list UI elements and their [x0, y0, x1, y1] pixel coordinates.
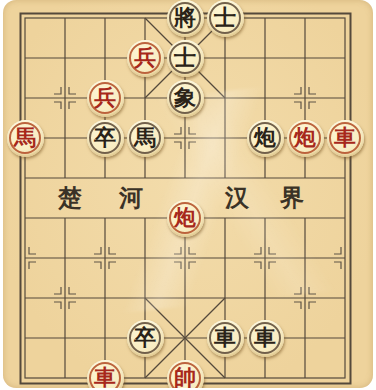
- piece-glyph: 象: [174, 86, 196, 108]
- piece-glyph: 炮: [254, 126, 276, 148]
- piece-glyph: 炮: [174, 206, 196, 228]
- piece-glyph: 士: [174, 46, 196, 68]
- pieces-layer: 將士兵士兵象馬卒馬炮炮車炮卒車車車帥: [3, 0, 373, 388]
- piece-red-chariot[interactable]: 車: [327, 120, 364, 157]
- piece-red-cannon[interactable]: 炮: [167, 200, 204, 237]
- piece-black-chariot[interactable]: 車: [247, 320, 284, 357]
- piece-glyph: 兵: [94, 86, 116, 108]
- piece-glyph: 卒: [134, 326, 156, 348]
- piece-red-chariot[interactable]: 車: [87, 360, 124, 389]
- piece-red-soldier[interactable]: 兵: [87, 80, 124, 117]
- piece-red-soldier[interactable]: 兵: [127, 40, 164, 77]
- piece-black-chariot[interactable]: 車: [207, 320, 244, 357]
- piece-red-horse[interactable]: 馬: [7, 120, 44, 157]
- piece-glyph: 車: [334, 126, 356, 148]
- piece-black-elephant[interactable]: 象: [167, 80, 204, 117]
- piece-glyph: 車: [214, 326, 236, 348]
- piece-glyph: 炮: [294, 126, 316, 148]
- piece-black-general[interactable]: 將: [167, 0, 204, 37]
- piece-red-cannon[interactable]: 炮: [287, 120, 324, 157]
- page: 楚 河 汉 界 將士兵士兵象馬卒馬炮炮車炮卒車車車帥: [0, 0, 376, 390]
- piece-glyph: 帥: [174, 366, 196, 388]
- xiangqi-board-card: 楚 河 汉 界 將士兵士兵象馬卒馬炮炮車炮卒車車車帥: [3, 0, 373, 388]
- piece-black-soldier[interactable]: 卒: [127, 320, 164, 357]
- piece-glyph: 車: [254, 326, 276, 348]
- piece-glyph: 卒: [94, 126, 116, 148]
- piece-glyph: 士: [214, 6, 236, 28]
- piece-glyph: 馬: [134, 126, 156, 148]
- piece-black-cannon[interactable]: 炮: [247, 120, 284, 157]
- piece-glyph: 馬: [14, 126, 36, 148]
- piece-black-advisor[interactable]: 士: [167, 40, 204, 77]
- piece-glyph: 車: [94, 366, 116, 388]
- piece-glyph: 兵: [134, 46, 156, 68]
- piece-red-general[interactable]: 帥: [167, 360, 204, 389]
- piece-black-advisor[interactable]: 士: [207, 0, 244, 37]
- piece-black-horse[interactable]: 馬: [127, 120, 164, 157]
- piece-black-soldier[interactable]: 卒: [87, 120, 124, 157]
- piece-glyph: 將: [174, 6, 196, 28]
